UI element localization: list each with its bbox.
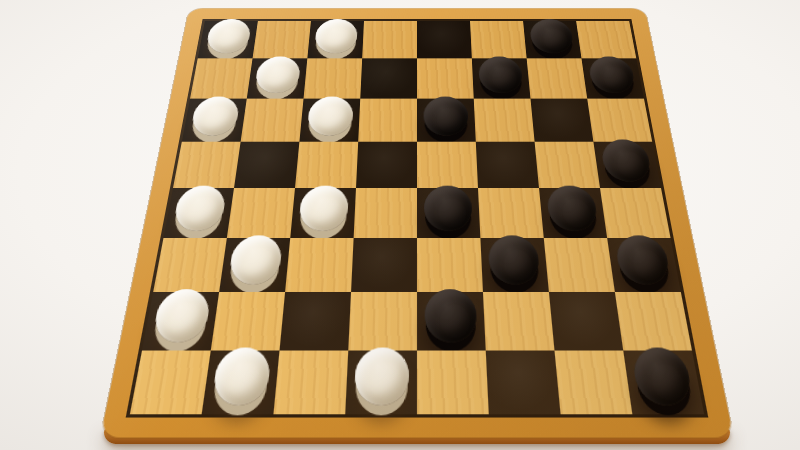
square-r1c4[interactable]	[417, 58, 474, 98]
checkers-board[interactable]	[100, 8, 733, 437]
square-r7c3[interactable]	[345, 351, 417, 415]
square-r2c3[interactable]	[358, 99, 417, 142]
square-r2c1[interactable]	[241, 99, 304, 142]
square-r7c6[interactable]	[554, 351, 632, 415]
square-r2c2[interactable]	[299, 99, 360, 142]
square-r5c3[interactable]	[351, 238, 417, 292]
square-r6c4[interactable]	[417, 292, 486, 351]
square-r6c1[interactable]	[211, 292, 285, 351]
square-r3c6[interactable]	[535, 142, 600, 188]
square-r0c2[interactable]	[307, 21, 364, 59]
black-checker-r5c5[interactable]	[487, 235, 540, 284]
square-r4c7[interactable]	[600, 188, 671, 238]
white-checker-r1c1[interactable]	[254, 56, 301, 93]
square-r7c5[interactable]	[486, 351, 561, 415]
square-r2c5[interactable]	[474, 99, 535, 142]
square-r0c1[interactable]	[253, 21, 311, 59]
square-r2c0[interactable]	[182, 99, 247, 142]
square-r4c4[interactable]	[417, 188, 480, 238]
black-checker-r5c7[interactable]	[614, 235, 672, 284]
square-r4c2[interactable]	[290, 188, 356, 238]
square-r0c3[interactable]	[362, 21, 417, 59]
square-r7c2[interactable]	[273, 351, 348, 415]
square-r3c2[interactable]	[295, 142, 358, 188]
square-r3c3[interactable]	[356, 142, 417, 188]
square-r3c5[interactable]	[476, 142, 539, 188]
square-r1c2[interactable]	[304, 58, 363, 98]
square-r2c6[interactable]	[530, 99, 593, 142]
white-checker-r2c2[interactable]	[307, 96, 354, 135]
square-r1c7[interactable]	[581, 58, 643, 98]
square-r6c3[interactable]	[348, 292, 417, 351]
checkers-scene	[0, 0, 800, 450]
black-checker-r4c4[interactable]	[424, 185, 473, 231]
square-r2c4[interactable]	[417, 99, 476, 142]
black-checker-r1c5[interactable]	[478, 56, 523, 93]
white-checker-r2c0[interactable]	[190, 96, 241, 135]
square-r6c0[interactable]	[142, 292, 219, 351]
square-r1c1[interactable]	[247, 58, 308, 98]
square-r6c7[interactable]	[615, 292, 692, 351]
square-r3c1[interactable]	[234, 142, 299, 188]
white-checker-r6c0[interactable]	[151, 289, 212, 342]
square-r7c0[interactable]	[130, 351, 211, 415]
white-checker-r7c1[interactable]	[211, 347, 272, 405]
white-checker-r4c0[interactable]	[172, 185, 227, 231]
black-checker-r4c6[interactable]	[546, 185, 599, 231]
square-r5c7[interactable]	[607, 238, 681, 292]
black-checker-r2c4[interactable]	[423, 96, 468, 135]
square-r5c1[interactable]	[219, 238, 290, 292]
square-r5c2[interactable]	[285, 238, 354, 292]
board-frame-line	[126, 19, 709, 417]
white-checker-r5c1[interactable]	[228, 235, 283, 284]
board-wooden-frame	[100, 8, 733, 437]
black-checker-r6c4[interactable]	[425, 289, 478, 342]
square-r4c3[interactable]	[354, 188, 417, 238]
black-checker-r3c7[interactable]	[600, 139, 653, 181]
square-r6c5[interactable]	[483, 292, 555, 351]
square-r0c7[interactable]	[576, 21, 636, 59]
square-r1c6[interactable]	[527, 58, 588, 98]
square-r0c5[interactable]	[470, 21, 527, 59]
square-r1c5[interactable]	[472, 58, 531, 98]
square-r3c4[interactable]	[417, 142, 478, 188]
white-checker-r0c0[interactable]	[205, 19, 252, 53]
square-r0c4[interactable]	[417, 21, 472, 59]
square-r7c1[interactable]	[202, 351, 280, 415]
white-checker-r4c2[interactable]	[298, 185, 349, 231]
square-r7c4[interactable]	[417, 351, 489, 415]
black-checker-r7c7[interactable]	[631, 347, 695, 405]
square-r5c6[interactable]	[544, 238, 615, 292]
square-r1c3[interactable]	[360, 58, 417, 98]
photo-backdrop	[0, 0, 800, 450]
black-checker-r0c6[interactable]	[529, 19, 574, 53]
square-r4c5[interactable]	[478, 188, 544, 238]
black-checker-r1c7[interactable]	[587, 56, 636, 93]
square-r2c7[interactable]	[587, 99, 652, 142]
square-r1c0[interactable]	[190, 58, 252, 98]
square-r5c5[interactable]	[480, 238, 549, 292]
board-grid	[130, 21, 704, 414]
square-r5c0[interactable]	[153, 238, 227, 292]
square-r0c0[interactable]	[198, 21, 258, 59]
square-r4c0[interactable]	[163, 188, 234, 238]
square-r7c7[interactable]	[623, 351, 704, 415]
square-r0c6[interactable]	[523, 21, 581, 59]
square-r3c7[interactable]	[593, 142, 661, 188]
square-r4c6[interactable]	[539, 188, 607, 238]
square-r6c6[interactable]	[549, 292, 623, 351]
white-checker-r7c3[interactable]	[354, 347, 409, 405]
white-checker-r0c2[interactable]	[314, 19, 358, 53]
square-r4c1[interactable]	[227, 188, 295, 238]
square-r6c2[interactable]	[280, 292, 352, 351]
square-r5c4[interactable]	[417, 238, 483, 292]
square-r3c0[interactable]	[173, 142, 241, 188]
